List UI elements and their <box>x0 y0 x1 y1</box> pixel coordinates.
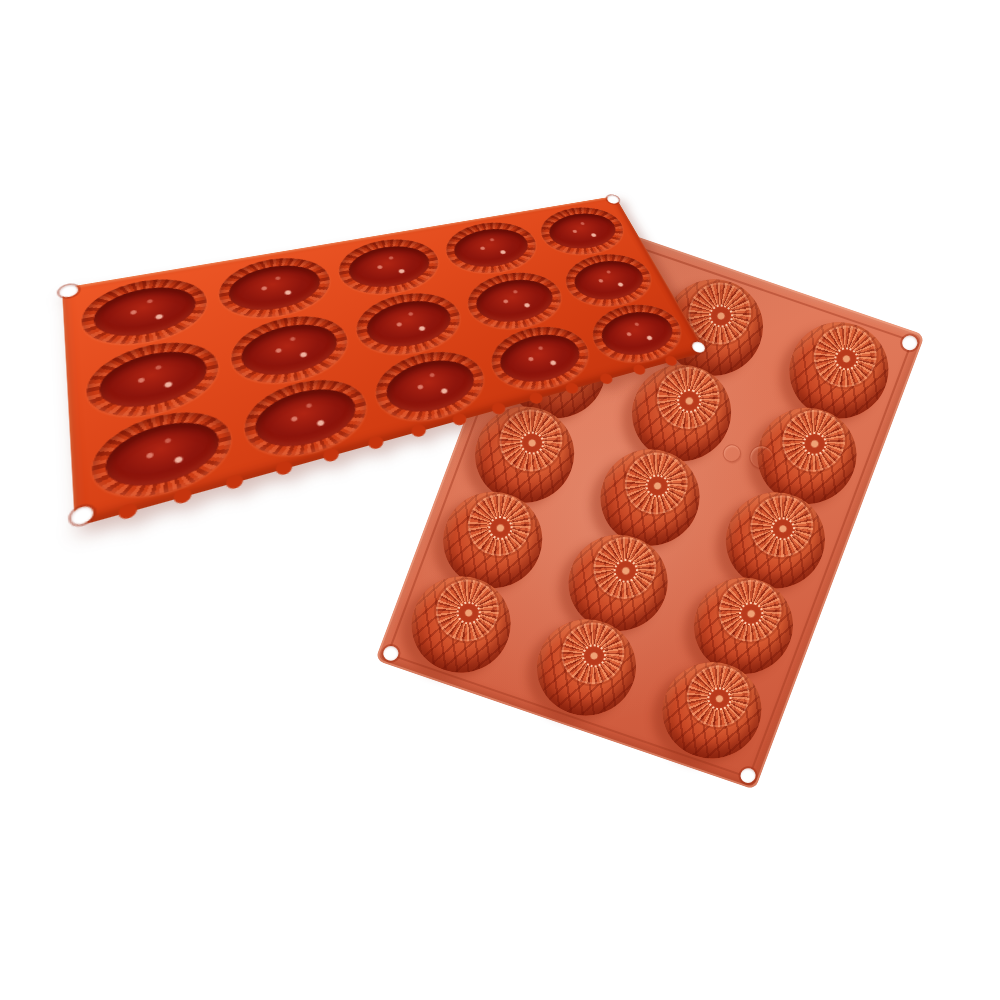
corner-hole <box>900 333 919 352</box>
fluted-cavity <box>214 251 337 327</box>
corner-hole <box>605 195 620 205</box>
fluted-cavity <box>532 202 634 261</box>
corner-hole <box>738 766 757 785</box>
dome-bump <box>775 309 902 432</box>
fluted-cavity <box>582 297 693 371</box>
fluted-cavity <box>89 400 237 511</box>
embossed-stamp <box>720 442 743 465</box>
embossed-stamp <box>746 442 777 472</box>
dome-bump <box>586 436 713 559</box>
fluted-cavity <box>238 370 375 470</box>
dome-bump <box>648 649 775 772</box>
fluted-cavity <box>437 217 545 281</box>
dome-bump <box>555 521 682 644</box>
dome-bump <box>744 394 871 517</box>
dome-bump <box>398 563 525 686</box>
fluted-cavity <box>80 271 212 355</box>
corner-hole <box>381 643 400 662</box>
fluted-cavity <box>555 248 661 314</box>
fluted-cavity <box>332 233 447 302</box>
corner-hole <box>71 504 94 527</box>
dome-bump <box>429 478 556 601</box>
fluted-cavity <box>367 342 494 432</box>
product-photo-canvas <box>0 0 1000 1000</box>
dome-bump <box>712 479 839 602</box>
dome-bump <box>680 564 807 687</box>
corner-hole <box>59 284 78 299</box>
fluted-cavity <box>481 318 600 399</box>
dome-bump <box>523 606 650 729</box>
